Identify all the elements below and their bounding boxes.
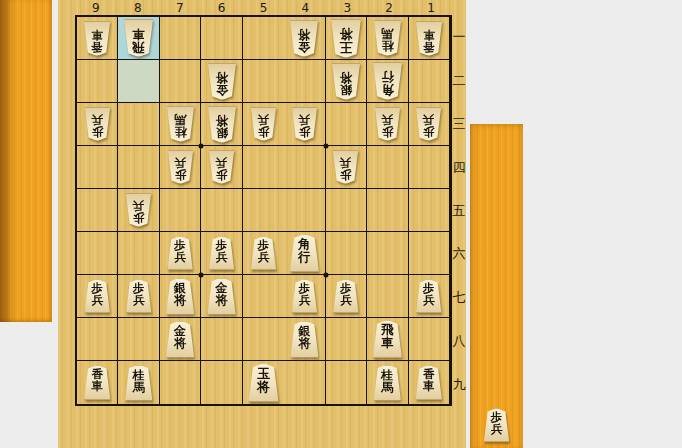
square-68[interactable]: [201, 318, 242, 361]
square-29[interactable]: 桂馬: [367, 361, 408, 404]
rank-label-6: 六: [452, 232, 466, 275]
square-17[interactable]: 歩兵: [409, 275, 450, 318]
sente-gold: 金将: [165, 321, 195, 358]
square-94[interactable]: [77, 146, 118, 189]
sente-pawn: 歩兵: [125, 279, 152, 313]
sente-komadai: 歩兵: [470, 124, 523, 448]
file-label-1: 1: [410, 0, 452, 15]
square-66[interactable]: 歩兵: [201, 232, 242, 275]
square-92[interactable]: [77, 60, 118, 103]
square-41[interactable]: 金将: [284, 17, 325, 60]
square-39[interactable]: [326, 361, 367, 404]
square-11[interactable]: 香車: [409, 17, 450, 60]
file-label-2: 2: [368, 0, 410, 15]
square-74[interactable]: 歩兵: [160, 146, 201, 189]
sente-pawn: 歩兵: [332, 279, 359, 313]
gote-knight: 桂馬: [373, 20, 402, 56]
square-32[interactable]: 銀将: [326, 60, 367, 103]
file-label-4: 4: [284, 0, 326, 15]
square-73[interactable]: 桂馬: [160, 103, 201, 146]
square-43[interactable]: 歩兵: [284, 103, 325, 146]
square-26[interactable]: [367, 232, 408, 275]
square-57[interactable]: [243, 275, 284, 318]
rank-labels: 一二三四五六七八九: [452, 15, 466, 406]
gote-knight: 桂馬: [166, 106, 195, 142]
square-95[interactable]: [77, 189, 118, 232]
square-85[interactable]: 歩兵: [118, 189, 159, 232]
square-96[interactable]: [77, 232, 118, 275]
square-15[interactable]: [409, 189, 450, 232]
shogi-app: 987654321 香車飛車金将王将桂馬香車金将銀将角行歩兵桂馬銀将歩兵歩兵歩兵…: [0, 0, 682, 448]
square-59[interactable]: 玉将: [243, 361, 284, 404]
square-48[interactable]: 銀将: [284, 318, 325, 361]
rank-label-2: 二: [452, 58, 466, 101]
square-52[interactable]: [243, 60, 284, 103]
square-84[interactable]: [118, 146, 159, 189]
gote-rook: 飛車: [123, 19, 154, 57]
square-58[interactable]: [243, 318, 284, 361]
sente-pawn: 歩兵: [208, 236, 235, 270]
gote-pawn: 歩兵: [374, 107, 401, 141]
square-61[interactable]: [201, 17, 242, 60]
square-69[interactable]: [201, 361, 242, 404]
square-37[interactable]: 歩兵: [326, 275, 367, 318]
square-88[interactable]: [118, 318, 159, 361]
square-51[interactable]: [243, 17, 284, 60]
sente-king: 玉将: [247, 363, 279, 402]
gote-pawn: 歩兵: [167, 150, 194, 184]
square-64[interactable]: 歩兵: [201, 146, 242, 189]
square-99[interactable]: 香車: [77, 361, 118, 404]
gote-pawn: 歩兵: [415, 107, 442, 141]
sente-silver: 銀将: [165, 278, 195, 315]
square-44[interactable]: [284, 146, 325, 189]
square-42[interactable]: [284, 60, 325, 103]
square-24[interactable]: [367, 146, 408, 189]
file-labels: 987654321: [75, 0, 452, 15]
square-89[interactable]: 桂馬: [118, 361, 159, 404]
square-25[interactable]: [367, 189, 408, 232]
square-49[interactable]: [284, 361, 325, 404]
file-label-8: 8: [117, 0, 159, 15]
gote-king: 王将: [330, 19, 362, 58]
square-86[interactable]: [118, 232, 159, 275]
sente-rook: 飛車: [372, 320, 403, 358]
gote-pawn: 歩兵: [84, 107, 111, 141]
sente-pawn: 歩兵: [84, 279, 111, 313]
sente-pawn: 歩兵: [415, 279, 442, 313]
rank-label-8: 八: [452, 319, 466, 362]
square-54[interactable]: [243, 146, 284, 189]
gote-komadai: [0, 0, 52, 322]
square-22[interactable]: 角行: [367, 60, 408, 103]
square-18[interactable]: [409, 318, 450, 361]
square-72[interactable]: [160, 60, 201, 103]
square-81[interactable]: 飛車: [118, 17, 159, 60]
sente-knight: 桂馬: [373, 365, 402, 401]
square-63[interactable]: 銀将: [201, 103, 242, 146]
square-87[interactable]: 歩兵: [118, 275, 159, 318]
square-98[interactable]: [77, 318, 118, 361]
square-62[interactable]: 金将: [201, 60, 242, 103]
square-19[interactable]: 香車: [409, 361, 450, 404]
square-21[interactable]: 桂馬: [367, 17, 408, 60]
square-71[interactable]: [160, 17, 201, 60]
gote-pawn: 歩兵: [208, 150, 235, 184]
square-97[interactable]: 歩兵: [77, 275, 118, 318]
file-label-9: 9: [75, 0, 117, 15]
square-78[interactable]: 金将: [160, 318, 201, 361]
square-38[interactable]: [326, 318, 367, 361]
rank-label-3: 三: [452, 102, 466, 145]
square-46[interactable]: 角行: [284, 232, 325, 275]
square-28[interactable]: 飛車: [367, 318, 408, 361]
file-label-7: 7: [159, 0, 201, 15]
gote-silver: 銀将: [207, 106, 237, 143]
square-79[interactable]: [160, 361, 201, 404]
rank-label-4: 四: [452, 145, 466, 188]
square-33[interactable]: [326, 103, 367, 146]
sente-pawn: 歩兵: [167, 236, 194, 270]
square-16[interactable]: [409, 232, 450, 275]
square-35[interactable]: [326, 189, 367, 232]
gote-gold: 金将: [289, 20, 319, 57]
square-76[interactable]: 歩兵: [160, 232, 201, 275]
square-12[interactable]: [409, 60, 450, 103]
sente-silver: 銀将: [289, 321, 319, 358]
gote-silver: 銀将: [331, 63, 361, 100]
rank-label-9: 九: [452, 363, 466, 406]
sente-lance: 香車: [83, 365, 111, 400]
sente-pawn: 歩兵: [483, 408, 510, 442]
sente-pawn: 歩兵: [250, 236, 277, 270]
square-75[interactable]: [160, 189, 201, 232]
square-31[interactable]: 王将: [326, 17, 367, 60]
square-56[interactable]: 歩兵: [243, 232, 284, 275]
square-45[interactable]: [284, 189, 325, 232]
file-label-5: 5: [243, 0, 285, 15]
gote-gold: 金将: [207, 63, 237, 100]
square-13[interactable]: 歩兵: [409, 103, 450, 146]
square-82[interactable]: [118, 60, 159, 103]
square-36[interactable]: [326, 232, 367, 275]
gote-pawn: 歩兵: [332, 150, 359, 184]
square-93[interactable]: 歩兵: [77, 103, 118, 146]
gote-pawn: 歩兵: [125, 193, 152, 227]
rank-label-1: 一: [452, 15, 466, 58]
square-67[interactable]: 金将: [201, 275, 242, 318]
rank-label-5: 五: [452, 189, 466, 232]
square-53[interactable]: 歩兵: [243, 103, 284, 146]
square-47[interactable]: 歩兵: [284, 275, 325, 318]
gote-lance: 香車: [415, 21, 443, 56]
shogi-board: 987654321 香車飛車金将王将桂馬香車金将銀将角行歩兵桂馬銀将歩兵歩兵歩兵…: [58, 0, 466, 448]
gote-bishop: 角行: [372, 62, 403, 100]
square-55[interactable]: [243, 189, 284, 232]
file-label-3: 3: [326, 0, 368, 15]
sente-pawn: 歩兵: [291, 279, 318, 313]
sente-hand: 歩兵: [470, 408, 523, 442]
square-91[interactable]: 香車: [77, 17, 118, 60]
square-83[interactable]: [118, 103, 159, 146]
gote-pawn: 歩兵: [250, 107, 277, 141]
gote-lance: 香車: [83, 21, 111, 56]
sente-knight: 桂馬: [124, 365, 153, 401]
file-label-6: 6: [201, 0, 243, 15]
gote-pawn: 歩兵: [291, 107, 318, 141]
rank-label-7: 七: [452, 276, 466, 319]
board-grid: 香車飛車金将王将桂馬香車金将銀将角行歩兵桂馬銀将歩兵歩兵歩兵歩兵歩兵歩兵歩兵歩兵…: [75, 15, 452, 406]
square-65[interactable]: [201, 189, 242, 232]
sente-gold: 金将: [207, 278, 237, 315]
sente-bishop: 角行: [289, 234, 320, 272]
square-77[interactable]: 銀将: [160, 275, 201, 318]
sente-lance: 香車: [415, 365, 443, 400]
square-27[interactable]: [367, 275, 408, 318]
square-34[interactable]: 歩兵: [326, 146, 367, 189]
square-23[interactable]: 歩兵: [367, 103, 408, 146]
square-14[interactable]: [409, 146, 450, 189]
